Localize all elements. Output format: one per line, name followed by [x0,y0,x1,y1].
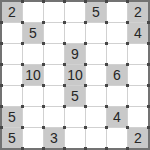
clue-cell-r7c1: 5 [2,128,22,148]
cell-r4c5[interactable] [86,65,106,85]
cell-r5c6[interactable] [107,86,127,106]
cell-r7c4[interactable] [65,128,85,148]
cell-r6c4[interactable] [65,107,85,127]
cell-r2c1[interactable] [2,23,22,43]
cell-r2c5[interactable] [86,23,106,43]
clue-cell-r5c4: 5 [65,86,85,106]
cell-r1c2[interactable] [23,2,43,22]
cell-r6c7[interactable] [128,107,148,127]
cell-r1c6[interactable] [107,2,127,22]
cell-r3c6[interactable] [107,44,127,64]
cell-r3c2[interactable] [23,44,43,64]
clue-cell-r1c1: 2 [2,2,22,22]
cell-r7c6[interactable] [107,128,127,148]
clue-cell-r2c7: 4 [128,23,148,43]
cell-r3c7[interactable] [128,44,148,64]
clue-cell-r4c4: 10 [65,65,85,85]
cell-r5c7[interactable] [128,86,148,106]
cell-r4c1[interactable] [2,65,22,85]
cell-r2c3[interactable] [44,23,64,43]
clue-cell-r6c6: 4 [107,107,127,127]
clue-cell-r6c1: 5 [2,107,22,127]
cell-r6c2[interactable] [23,107,43,127]
cell-r2c6[interactable] [107,23,127,43]
cell-r3c3[interactable] [44,44,64,64]
cell-r5c5[interactable] [86,86,106,106]
clue-cell-r4c2: 10 [23,65,43,85]
cell-r2c4[interactable] [65,23,85,43]
cell-r3c1[interactable] [2,44,22,64]
cell-r7c5[interactable] [86,128,106,148]
clue-cell-r4c6: 6 [107,65,127,85]
cell-r4c3[interactable] [44,65,64,85]
cell-r6c5[interactable] [86,107,106,127]
puzzle-board: 25254910106554532 [0,0,150,150]
clue-cell-r7c3: 3 [44,128,64,148]
clue-cell-r3c4: 9 [65,44,85,64]
clue-cell-r7c7: 2 [128,128,148,148]
cell-r1c3[interactable] [44,2,64,22]
clue-cell-r2c2: 5 [23,23,43,43]
cell-r6c3[interactable] [44,107,64,127]
cell-r5c1[interactable] [2,86,22,106]
clue-cell-r1c7: 2 [128,2,148,22]
cell-r7c2[interactable] [23,128,43,148]
clue-cell-r1c5: 5 [86,2,106,22]
cell-r3c5[interactable] [86,44,106,64]
cell-r1c4[interactable] [65,2,85,22]
cell-r4c7[interactable] [128,65,148,85]
cell-r5c2[interactable] [23,86,43,106]
cell-r5c3[interactable] [44,86,64,106]
